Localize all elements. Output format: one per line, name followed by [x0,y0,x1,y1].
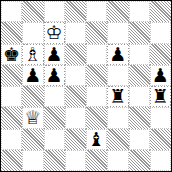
black-pawn: ♟ [24,65,41,86]
black-pawn: ♟ [46,44,63,65]
square-g4[interactable] [129,86,150,107]
square-e4[interactable] [86,86,107,107]
white-bishop: ♗ [24,44,41,65]
black-pawn: ♟ [109,44,126,65]
square-c7[interactable]: ♔ [44,22,65,43]
square-h3[interactable] [150,107,171,128]
square-a8[interactable] [1,1,22,22]
chess-board: ♔♚♗♟♟♟♟♟♜♜♕♝ [0,0,172,172]
square-a4[interactable] [1,86,22,107]
square-g8[interactable] [129,1,150,22]
square-h4[interactable]: ♜ [150,86,171,107]
square-b1[interactable] [22,150,43,171]
square-c5[interactable]: ♟ [44,65,65,86]
square-a1[interactable] [1,150,22,171]
square-g5[interactable] [129,65,150,86]
square-f6[interactable]: ♟ [107,44,128,65]
black-pawn: ♟ [46,65,63,86]
square-e5[interactable] [86,65,107,86]
square-b8[interactable] [22,1,43,22]
square-c4[interactable] [44,86,65,107]
square-a5[interactable] [1,65,22,86]
black-bishop: ♝ [88,129,105,150]
square-b2[interactable] [22,129,43,150]
square-b7[interactable] [22,22,43,43]
white-king: ♔ [46,22,63,43]
square-d6[interactable] [65,44,86,65]
chess-diagram: ♔♚♗♟♟♟♟♟♜♜♕♝ [0,0,172,172]
square-a7[interactable] [1,22,22,43]
square-d2[interactable] [65,129,86,150]
black-pawn: ♟ [152,65,169,86]
square-f5[interactable] [107,65,128,86]
square-d7[interactable] [65,22,86,43]
square-b4[interactable] [22,86,43,107]
square-d3[interactable] [65,107,86,128]
square-e6[interactable] [86,44,107,65]
black-rook: ♜ [109,86,126,107]
square-g6[interactable] [129,44,150,65]
square-a6[interactable]: ♚ [1,44,22,65]
square-g1[interactable] [129,150,150,171]
square-c2[interactable] [44,129,65,150]
square-h2[interactable] [150,129,171,150]
square-a2[interactable] [1,129,22,150]
square-f1[interactable] [107,150,128,171]
square-f8[interactable] [107,1,128,22]
square-c1[interactable] [44,150,65,171]
square-d5[interactable] [65,65,86,86]
square-h1[interactable] [150,150,171,171]
square-d4[interactable] [65,86,86,107]
square-b3[interactable]: ♕ [22,107,43,128]
square-e3[interactable] [86,107,107,128]
square-e1[interactable] [86,150,107,171]
square-c8[interactable] [44,1,65,22]
square-b5[interactable]: ♟ [22,65,43,86]
square-f7[interactable] [107,22,128,43]
square-a3[interactable] [1,107,22,128]
square-f2[interactable] [107,129,128,150]
square-c3[interactable] [44,107,65,128]
white-queen: ♕ [24,107,41,128]
square-g2[interactable] [129,129,150,150]
square-f3[interactable] [107,107,128,128]
square-d8[interactable] [65,1,86,22]
square-b6[interactable]: ♗ [22,44,43,65]
square-h5[interactable]: ♟ [150,65,171,86]
square-g3[interactable] [129,107,150,128]
square-e2[interactable]: ♝ [86,129,107,150]
square-g7[interactable] [129,22,150,43]
square-d1[interactable] [65,150,86,171]
square-c6[interactable]: ♟ [44,44,65,65]
square-e8[interactable] [86,1,107,22]
black-rook: ♜ [152,86,169,107]
black-king: ♚ [3,44,20,65]
square-e7[interactable] [86,22,107,43]
square-h6[interactable] [150,44,171,65]
square-h7[interactable] [150,22,171,43]
square-f4[interactable]: ♜ [107,86,128,107]
square-h8[interactable] [150,1,171,22]
